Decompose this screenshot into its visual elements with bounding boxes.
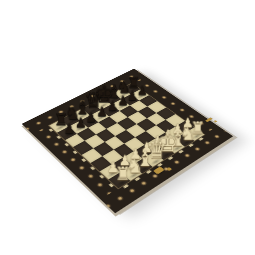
chess-board: ♜♞♝♛♚♝♞♜♟♟♟♟♟♟♟♟♟♟♟♟♟♟♟♟♜♞♝♛♚♝♞♜ bbox=[22, 69, 233, 214]
photo-backdrop: ♜♞♝♛♚♝♞♜♟♟♟♟♟♟♟♟♟♟♟♟♟♟♟♟♜♞♝♛♚♝♞♜ bbox=[0, 0, 255, 255]
black-pawn: ♟ bbox=[75, 116, 87, 129]
black-pawn: ♟ bbox=[137, 84, 148, 96]
black-pawn: ♟ bbox=[86, 111, 97, 124]
scene: ♜♞♝♛♚♝♞♜♟♟♟♟♟♟♟♟♟♟♟♟♟♟♟♟♜♞♝♛♚♝♞♜ bbox=[0, 0, 255, 255]
white-rook: ♜ bbox=[115, 165, 131, 183]
black-pawn: ♟ bbox=[96, 105, 107, 118]
brass-hinge-knob bbox=[214, 120, 218, 123]
black-pawn: ♟ bbox=[117, 95, 128, 107]
black-pawn: ♟ bbox=[107, 100, 118, 113]
black-pawn: ♟ bbox=[63, 122, 75, 135]
